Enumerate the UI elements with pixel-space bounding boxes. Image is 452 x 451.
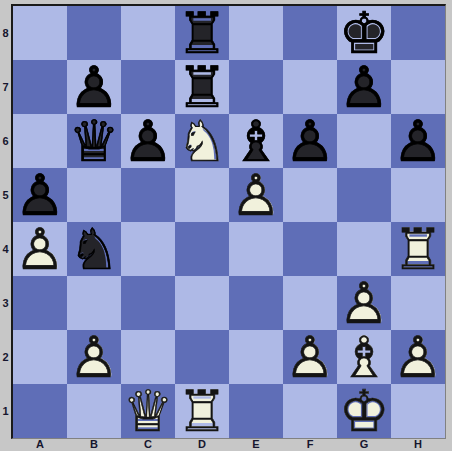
chess-board: ♜♖♚♔♟♙♜♖♟♙♛♕♟♙♞♘♝♗♟♙♟♙♟♙♟♙♟♙♞♘♜♖♟♙♟♙♟♙♝♗… bbox=[11, 4, 446, 439]
square-e4[interactable] bbox=[229, 222, 283, 276]
piece-black-bishop[interactable]: ♝♗ bbox=[229, 114, 283, 168]
piece-white-knight[interactable]: ♞♘ bbox=[175, 114, 229, 168]
piece-white-pawn[interactable]: ♟♙ bbox=[13, 222, 67, 276]
piece-outline-glyph: ♖ bbox=[391, 222, 445, 276]
square-b3[interactable] bbox=[67, 276, 121, 330]
piece-outline-glyph: ♕ bbox=[67, 114, 121, 168]
piece-black-queen[interactable]: ♛♕ bbox=[67, 114, 121, 168]
file-label-c: C bbox=[121, 437, 175, 451]
square-e6[interactable]: ♝♗ bbox=[229, 114, 283, 168]
piece-outline-glyph: ♖ bbox=[175, 60, 229, 114]
square-g8[interactable]: ♚♔ bbox=[337, 6, 391, 60]
square-a5[interactable]: ♟♙ bbox=[13, 168, 67, 222]
file-label-h: H bbox=[391, 437, 445, 451]
piece-black-rook[interactable]: ♜♖ bbox=[175, 60, 229, 114]
piece-white-rook[interactable]: ♜♖ bbox=[175, 384, 229, 438]
piece-outline-glyph: ♙ bbox=[13, 168, 67, 222]
file-label-b: B bbox=[67, 437, 121, 451]
piece-white-pawn[interactable]: ♟♙ bbox=[67, 330, 121, 384]
rank-label-3: 3 bbox=[0, 276, 11, 330]
square-c4[interactable] bbox=[121, 222, 175, 276]
square-f6[interactable]: ♟♙ bbox=[283, 114, 337, 168]
square-a2[interactable] bbox=[13, 330, 67, 384]
square-b5[interactable] bbox=[67, 168, 121, 222]
square-c8[interactable] bbox=[121, 6, 175, 60]
square-a6[interactable] bbox=[13, 114, 67, 168]
square-c5[interactable] bbox=[121, 168, 175, 222]
square-h7[interactable] bbox=[391, 60, 445, 114]
rank-label-8: 8 bbox=[0, 6, 11, 60]
square-f3[interactable] bbox=[283, 276, 337, 330]
square-e2[interactable] bbox=[229, 330, 283, 384]
square-g6[interactable] bbox=[337, 114, 391, 168]
square-h6[interactable]: ♟♙ bbox=[391, 114, 445, 168]
square-d5[interactable] bbox=[175, 168, 229, 222]
piece-outline-glyph: ♙ bbox=[337, 276, 391, 330]
square-h2[interactable]: ♟♙ bbox=[391, 330, 445, 384]
rank-label-4: 4 bbox=[0, 222, 11, 276]
square-c6[interactable]: ♟♙ bbox=[121, 114, 175, 168]
square-b1[interactable] bbox=[67, 384, 121, 438]
file-label-e: E bbox=[229, 437, 283, 451]
square-a4[interactable]: ♟♙ bbox=[13, 222, 67, 276]
piece-outline-glyph: ♗ bbox=[229, 114, 283, 168]
square-e1[interactable] bbox=[229, 384, 283, 438]
piece-outline-glyph: ♙ bbox=[337, 60, 391, 114]
square-a1[interactable] bbox=[13, 384, 67, 438]
square-d7[interactable]: ♜♖ bbox=[175, 60, 229, 114]
piece-outline-glyph: ♙ bbox=[391, 330, 445, 384]
square-b4[interactable]: ♞♘ bbox=[67, 222, 121, 276]
piece-black-king[interactable]: ♚♔ bbox=[337, 6, 391, 60]
piece-outline-glyph: ♗ bbox=[337, 330, 391, 384]
file-label-d: D bbox=[175, 437, 229, 451]
piece-black-pawn[interactable]: ♟♙ bbox=[337, 60, 391, 114]
rank-label-1: 1 bbox=[0, 384, 11, 438]
square-f5[interactable] bbox=[283, 168, 337, 222]
piece-black-pawn[interactable]: ♟♙ bbox=[67, 60, 121, 114]
piece-outline-glyph: ♙ bbox=[283, 114, 337, 168]
square-c2[interactable] bbox=[121, 330, 175, 384]
piece-outline-glyph: ♖ bbox=[175, 384, 229, 438]
rank-label-7: 7 bbox=[0, 60, 11, 114]
piece-outline-glyph: ♙ bbox=[121, 114, 175, 168]
piece-outline-glyph: ♖ bbox=[175, 6, 229, 60]
rank-label-2: 2 bbox=[0, 330, 11, 384]
piece-outline-glyph: ♙ bbox=[67, 330, 121, 384]
piece-outline-glyph: ♔ bbox=[337, 384, 391, 438]
square-f7[interactable] bbox=[283, 60, 337, 114]
piece-white-rook[interactable]: ♜♖ bbox=[391, 222, 445, 276]
square-c7[interactable] bbox=[121, 60, 175, 114]
piece-black-pawn[interactable]: ♟♙ bbox=[13, 168, 67, 222]
square-e8[interactable] bbox=[229, 6, 283, 60]
square-c1[interactable]: ♛♕ bbox=[121, 384, 175, 438]
piece-white-pawn[interactable]: ♟♙ bbox=[391, 330, 445, 384]
piece-white-pawn[interactable]: ♟♙ bbox=[229, 168, 283, 222]
file-label-a: A bbox=[13, 437, 67, 451]
piece-outline-glyph: ♙ bbox=[391, 114, 445, 168]
square-b7[interactable]: ♟♙ bbox=[67, 60, 121, 114]
piece-outline-glyph: ♙ bbox=[67, 60, 121, 114]
square-f4[interactable] bbox=[283, 222, 337, 276]
square-d3[interactable] bbox=[175, 276, 229, 330]
square-e3[interactable] bbox=[229, 276, 283, 330]
file-labels: ABCDEFGH bbox=[13, 437, 445, 451]
rank-label-6: 6 bbox=[0, 114, 11, 168]
piece-outline-glyph: ♙ bbox=[229, 168, 283, 222]
square-b6[interactable]: ♛♕ bbox=[67, 114, 121, 168]
square-g7[interactable]: ♟♙ bbox=[337, 60, 391, 114]
piece-outline-glyph: ♙ bbox=[13, 222, 67, 276]
square-a3[interactable] bbox=[13, 276, 67, 330]
piece-black-knight[interactable]: ♞♘ bbox=[67, 222, 121, 276]
square-d1[interactable]: ♜♖ bbox=[175, 384, 229, 438]
square-g4[interactable] bbox=[337, 222, 391, 276]
piece-white-queen[interactable]: ♛♕ bbox=[121, 384, 175, 438]
square-d2[interactable] bbox=[175, 330, 229, 384]
rank-labels: 87654321 bbox=[0, 6, 11, 438]
square-h3[interactable] bbox=[391, 276, 445, 330]
square-g2[interactable]: ♝♗ bbox=[337, 330, 391, 384]
square-d6[interactable]: ♞♘ bbox=[175, 114, 229, 168]
square-b8[interactable] bbox=[67, 6, 121, 60]
piece-outline-glyph: ♕ bbox=[121, 384, 175, 438]
rank-label-5: 5 bbox=[0, 168, 11, 222]
square-b2[interactable]: ♟♙ bbox=[67, 330, 121, 384]
square-c3[interactable] bbox=[121, 276, 175, 330]
piece-white-bishop[interactable]: ♝♗ bbox=[337, 330, 391, 384]
piece-black-pawn[interactable]: ♟♙ bbox=[391, 114, 445, 168]
square-e7[interactable] bbox=[229, 60, 283, 114]
piece-outline-glyph: ♔ bbox=[337, 6, 391, 60]
chess-board-screen: 87654321 ♜♖♚♔♟♙♜♖♟♙♛♕♟♙♞♘♝♗♟♙♟♙♟♙♟♙♟♙♞♘♜… bbox=[0, 0, 452, 451]
square-a7[interactable] bbox=[13, 60, 67, 114]
file-label-f: F bbox=[283, 437, 337, 451]
square-h1[interactable] bbox=[391, 384, 445, 438]
square-d8[interactable]: ♜♖ bbox=[175, 6, 229, 60]
square-h4[interactable]: ♜♖ bbox=[391, 222, 445, 276]
file-label-g: G bbox=[337, 437, 391, 451]
square-f2[interactable]: ♟♙ bbox=[283, 330, 337, 384]
square-e5[interactable]: ♟♙ bbox=[229, 168, 283, 222]
square-f1[interactable] bbox=[283, 384, 337, 438]
piece-outline-glyph: ♙ bbox=[283, 330, 337, 384]
square-g5[interactable] bbox=[337, 168, 391, 222]
piece-black-rook[interactable]: ♜♖ bbox=[175, 6, 229, 60]
square-a8[interactable] bbox=[13, 6, 67, 60]
square-g3[interactable]: ♟♙ bbox=[337, 276, 391, 330]
piece-black-pawn[interactable]: ♟♙ bbox=[121, 114, 175, 168]
piece-white-pawn[interactable]: ♟♙ bbox=[337, 276, 391, 330]
piece-black-pawn[interactable]: ♟♙ bbox=[283, 114, 337, 168]
square-d4[interactable] bbox=[175, 222, 229, 276]
square-h5[interactable] bbox=[391, 168, 445, 222]
piece-outline-glyph: ♘ bbox=[67, 222, 121, 276]
piece-white-king[interactable]: ♚♔ bbox=[337, 384, 391, 438]
piece-outline-glyph: ♘ bbox=[175, 114, 229, 168]
square-f8[interactable] bbox=[283, 6, 337, 60]
piece-white-pawn[interactable]: ♟♙ bbox=[283, 330, 337, 384]
square-g1[interactable]: ♚♔ bbox=[337, 384, 391, 438]
square-h8[interactable] bbox=[391, 6, 445, 60]
